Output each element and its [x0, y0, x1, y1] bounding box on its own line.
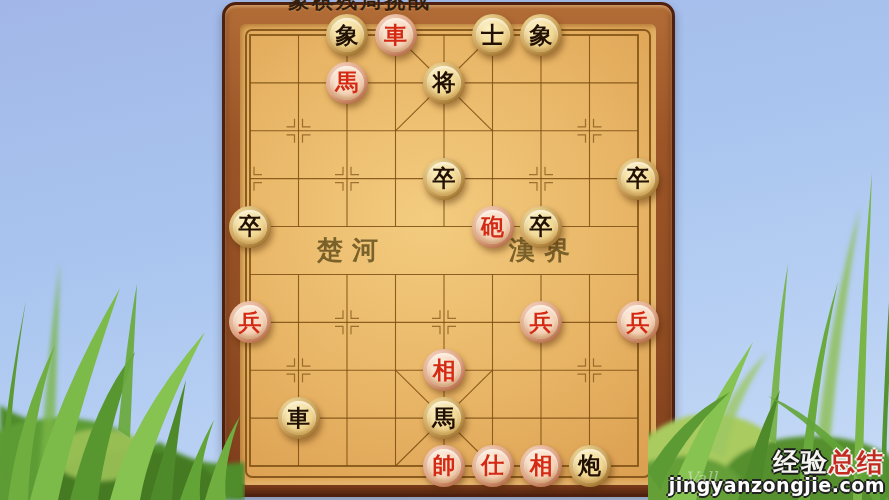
piece-red-general[interactable]: 帥: [423, 445, 465, 487]
piece-glyph: 象: [330, 18, 364, 52]
piece-black-elephant[interactable]: 象: [520, 14, 562, 56]
piece-glyph: 卒: [621, 162, 655, 196]
piece-black-advisor[interactable]: 士: [472, 14, 514, 56]
piece-glyph: 帥: [427, 449, 461, 483]
piece-glyph: 将: [427, 66, 461, 100]
piece-glyph: 炮: [573, 449, 607, 483]
piece-glyph: 相: [524, 449, 558, 483]
pieces-layer: 象車士象馬将卒卒卒砲卒兵兵兵相車馬帥仕相炮: [0, 0, 889, 500]
piece-red-elephant[interactable]: 相: [520, 445, 562, 487]
piece-red-elephant[interactable]: 相: [423, 349, 465, 391]
piece-glyph: 相: [427, 353, 461, 387]
watermark-brand-red: 总结: [829, 447, 885, 477]
piece-red-soldier[interactable]: 兵: [229, 301, 271, 343]
piece-red-cannon[interactable]: 砲: [472, 206, 514, 248]
piece-glyph: 卒: [524, 210, 558, 244]
piece-glyph: 車: [282, 401, 316, 435]
piece-glyph: 卒: [233, 210, 267, 244]
piece-glyph: 車: [379, 18, 413, 52]
piece-black-soldier[interactable]: 卒: [229, 206, 271, 248]
piece-black-soldier[interactable]: 卒: [617, 158, 659, 200]
watermark-brand-black: 经验: [773, 447, 829, 477]
piece-glyph: 卒: [427, 162, 461, 196]
watermark-faint-text: Vall: [685, 470, 717, 488]
piece-black-chariot[interactable]: 車: [278, 397, 320, 439]
piece-glyph: 兵: [233, 305, 267, 339]
piece-red-soldier[interactable]: 兵: [520, 301, 562, 343]
piece-glyph: 馬: [330, 66, 364, 100]
piece-glyph: 士: [476, 18, 510, 52]
piece-glyph: 馬: [427, 401, 461, 435]
piece-red-chariot[interactable]: 車: [375, 14, 417, 56]
piece-glyph: 仕: [476, 449, 510, 483]
piece-glyph: 象: [524, 18, 558, 52]
piece-red-horse[interactable]: 馬: [326, 62, 368, 104]
piece-black-cannon[interactable]: 炮: [569, 445, 611, 487]
watermark: Vall 经验总结 jingyanzongjie.com: [669, 449, 885, 496]
piece-black-soldier[interactable]: 卒: [520, 206, 562, 248]
piece-black-horse[interactable]: 馬: [423, 397, 465, 439]
scene: 象棋残局挑战 楚河 漢界 象車士象馬将卒卒卒砲卒兵兵兵相車馬帥仕相炮: [0, 0, 889, 500]
piece-glyph: 兵: [621, 305, 655, 339]
piece-black-elephant[interactable]: 象: [326, 14, 368, 56]
piece-glyph: 兵: [524, 305, 558, 339]
piece-black-soldier[interactable]: 卒: [423, 158, 465, 200]
piece-red-soldier[interactable]: 兵: [617, 301, 659, 343]
piece-red-advisor[interactable]: 仕: [472, 445, 514, 487]
piece-glyph: 砲: [476, 210, 510, 244]
piece-black-general[interactable]: 将: [423, 62, 465, 104]
